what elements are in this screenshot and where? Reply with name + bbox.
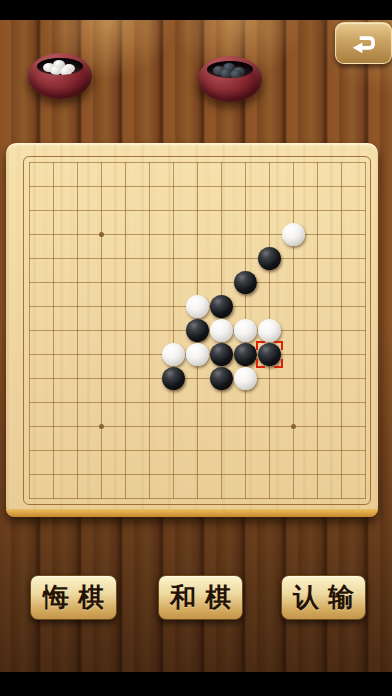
black-stone (210, 367, 233, 390)
white-stone (258, 319, 281, 342)
star-point (291, 424, 296, 429)
bowl-opening-black-stones (207, 61, 253, 78)
bottom-letterbox-bar (0, 672, 392, 696)
last-move-marker-corner (256, 341, 265, 350)
grid-horizontal-line (29, 378, 366, 379)
draw-button[interactable]: 和棋 (158, 575, 243, 620)
black-stone-bowl (198, 56, 262, 102)
board-bottom-edge (6, 509, 378, 517)
grid-horizontal-line (29, 450, 366, 451)
black-stone (210, 343, 233, 366)
grid-horizontal-line (29, 498, 366, 499)
board-grid (6, 143, 378, 517)
white-stone (210, 319, 233, 342)
undo-button-label: 悔棋 (34, 580, 113, 615)
last-move-marker-corner (274, 341, 283, 350)
black-stone (258, 247, 281, 270)
white-stone (186, 343, 209, 366)
status-bar (0, 0, 392, 20)
resign-button[interactable]: 认输 (281, 575, 366, 620)
white-stone (282, 223, 305, 246)
grid-vertical-line (293, 162, 294, 499)
white-stone-in-bowl (60, 67, 72, 75)
black-stone (186, 319, 209, 342)
last-move-marker (256, 341, 283, 368)
undo-button[interactable]: 悔棋 (30, 575, 117, 620)
grid-horizontal-line (29, 474, 366, 475)
app-screen: 悔棋 和棋 认输 (0, 0, 392, 696)
black-stone (162, 367, 185, 390)
star-point (99, 232, 104, 237)
white-stone (234, 367, 257, 390)
draw-button-label: 和棋 (161, 580, 240, 615)
white-stone-bowl (28, 53, 92, 99)
last-move-marker-corner (256, 359, 265, 368)
black-stone-in-bowl (230, 70, 242, 78)
game-board[interactable] (6, 143, 378, 517)
black-stone (234, 271, 257, 294)
star-point (99, 424, 104, 429)
grid-horizontal-line (29, 402, 366, 403)
black-stone (234, 343, 257, 366)
white-stone (186, 295, 209, 318)
resign-button-label: 认输 (284, 580, 363, 615)
white-stone (162, 343, 185, 366)
grid-horizontal-line (29, 426, 366, 427)
white-stone (234, 319, 257, 342)
grid-vertical-line (317, 162, 318, 499)
return-arrow-icon (349, 31, 379, 55)
back-button[interactable] (335, 22, 392, 64)
last-move-marker-corner (274, 359, 283, 368)
bowl-opening-white-stones (37, 58, 83, 75)
black-stone (210, 295, 233, 318)
grid-vertical-line (341, 162, 342, 499)
grid-vertical-line (365, 162, 366, 499)
